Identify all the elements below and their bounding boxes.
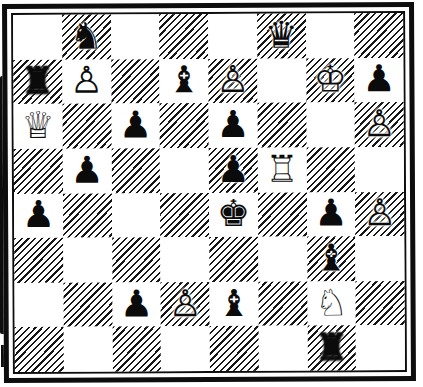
square-g3: ♝ [307,236,356,281]
white-pawn: ♙ [169,285,202,322]
square-d4 [160,193,209,238]
square-a4: ♟ [14,193,63,238]
square-g4: ♟ [306,192,355,237]
square-e3 [209,237,258,282]
black-rook: ♜ [315,328,348,365]
square-g8 [306,13,355,58]
square-a6: ♕ [14,104,63,149]
square-e6: ♟ [209,103,258,148]
black-queen: ♛ [265,16,298,53]
white-rook: ♖ [265,150,298,187]
square-g2: ♘ [307,281,356,326]
square-b5: ♟ [63,148,112,193]
square-c7 [111,59,160,104]
black-knight: ♞ [70,17,103,54]
square-d1 [161,326,210,371]
white-pawn: ♙ [363,105,396,142]
square-a8 [13,15,62,60]
square-a2 [14,283,63,328]
square-b7: ♙ [62,59,111,104]
square-e4: ♚ [209,192,258,237]
square-d6 [160,103,209,148]
square-h6: ♙ [355,102,404,147]
white-knight: ♘ [315,284,348,321]
square-b1 [63,327,112,372]
black-pawn: ♟ [119,106,152,143]
black-pawn: ♟ [22,196,55,233]
black-pawn: ♟ [216,106,249,143]
square-h5 [355,147,404,192]
square-f3 [258,237,307,282]
black-pawn: ♟ [120,285,153,322]
black-rook: ♜ [21,62,54,99]
square-e2: ♝ [209,281,258,326]
square-f7 [257,58,306,103]
board-inner-border: ♞♛♜♙♝♙♔♟♕♟♟♙♟♟♖♟♚♟♙♝♟♙♝♘♜ [11,11,407,374]
square-b6 [62,104,111,149]
white-pawn: ♙ [216,61,249,98]
chess-diagram-scan: ♞♛♜♙♝♙♔♟♕♟♟♙♟♟♖♟♚♟♙♝♟♙♝♘♜ [0,0,423,387]
square-d8 [159,14,208,59]
square-f1 [258,326,307,371]
black-bishop: ♝ [217,284,250,321]
square-b3 [63,238,112,283]
square-c2: ♟ [112,282,161,327]
white-king: ♔ [314,61,347,98]
square-h4: ♙ [355,191,404,236]
square-e7: ♙ [208,58,257,103]
square-d5 [160,148,209,193]
square-f2 [258,281,307,326]
square-f6 [257,103,306,148]
square-d7: ♝ [160,59,209,104]
square-b8: ♞ [62,15,111,60]
square-g1: ♜ [307,326,356,371]
black-pawn: ♟ [217,150,250,187]
square-e8 [208,14,257,59]
black-pawn: ♟ [314,195,347,232]
square-d3 [160,237,209,282]
black-pawn: ♟ [362,60,395,97]
square-a7: ♜ [13,59,62,104]
square-b2 [63,282,112,327]
square-f8: ♛ [257,13,306,58]
black-bishop: ♝ [315,239,348,276]
square-c1 [112,327,161,372]
square-a1 [15,327,64,372]
square-c5 [111,148,160,193]
square-h1 [356,325,405,370]
square-h8 [354,13,403,58]
square-c8 [111,14,160,59]
chess-board: ♞♛♜♙♝♙♔♟♕♟♟♙♟♟♖♟♚♟♙♝♟♙♝♘♜ [13,13,405,372]
square-h3 [355,236,404,281]
square-d2: ♙ [161,282,210,327]
black-king: ♚ [217,195,250,232]
square-g5 [306,147,355,192]
black-pawn: ♟ [70,151,103,188]
square-c3 [112,237,161,282]
square-b4 [63,193,112,238]
board-frame: ♞♛♜♙♝♙♔♟♕♟♟♙♟♟♖♟♚♟♙♝♟♙♝♘♜ [2,2,416,383]
square-h7: ♟ [355,58,404,103]
square-a5 [14,149,63,194]
square-g7: ♔ [306,58,355,103]
square-h2 [356,281,405,326]
square-e1 [210,326,259,371]
white-queen: ♕ [21,107,54,144]
square-a3 [14,238,63,283]
square-f5: ♖ [258,147,307,192]
square-g6 [306,102,355,147]
square-c4 [112,193,161,238]
black-bishop: ♝ [167,61,200,98]
square-c6: ♟ [111,104,160,149]
white-pawn: ♙ [70,62,103,99]
square-e5: ♟ [209,148,258,193]
square-f4 [258,192,307,237]
white-pawn: ♙ [363,194,396,231]
